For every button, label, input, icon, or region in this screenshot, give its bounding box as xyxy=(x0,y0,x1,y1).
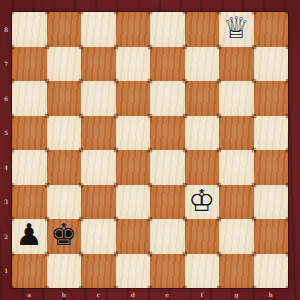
rank-label-5: 5 xyxy=(0,116,12,151)
square-h8[interactable] xyxy=(254,12,289,47)
square-d3[interactable] xyxy=(116,185,151,220)
square-h7[interactable] xyxy=(254,47,289,82)
square-a3[interactable] xyxy=(12,185,47,220)
square-f3[interactable]: ♔ xyxy=(185,185,220,220)
square-b7[interactable] xyxy=(47,47,82,82)
square-h5[interactable] xyxy=(254,116,289,151)
square-g6[interactable] xyxy=(219,81,254,116)
file-label-d: d xyxy=(116,288,151,300)
square-e5[interactable] xyxy=(150,116,185,151)
square-g8[interactable]: ♕ xyxy=(219,12,254,47)
square-b2[interactable]: ♚ xyxy=(47,219,82,254)
square-c3[interactable] xyxy=(81,185,116,220)
square-f8[interactable] xyxy=(185,12,220,47)
square-e6[interactable] xyxy=(150,81,185,116)
square-d8[interactable] xyxy=(116,12,151,47)
file-labels: abcdefgh xyxy=(12,288,288,300)
square-f1[interactable] xyxy=(185,254,220,289)
file-label-c: c xyxy=(81,288,116,300)
file-label-e: e xyxy=(150,288,185,300)
chess-board-frame: 87654321 abcdefgh ♕♔♟♚ xyxy=(0,0,300,300)
square-h6[interactable] xyxy=(254,81,289,116)
square-e8[interactable] xyxy=(150,12,185,47)
piece-black-pawn[interactable]: ♟ xyxy=(16,220,43,250)
square-h1[interactable] xyxy=(254,254,289,289)
square-h2[interactable] xyxy=(254,219,289,254)
square-h4[interactable] xyxy=(254,150,289,185)
rank-label-6: 6 xyxy=(0,81,12,116)
square-e2[interactable] xyxy=(150,219,185,254)
square-b1[interactable] xyxy=(47,254,82,289)
file-label-a: a xyxy=(12,288,47,300)
rank-label-1: 1 xyxy=(0,254,12,289)
square-b3[interactable] xyxy=(47,185,82,220)
file-label-b: b xyxy=(47,288,82,300)
square-e4[interactable] xyxy=(150,150,185,185)
square-a8[interactable] xyxy=(12,12,47,47)
square-b8[interactable] xyxy=(47,12,82,47)
piece-white-king[interactable]: ♔ xyxy=(188,186,215,216)
square-d6[interactable] xyxy=(116,81,151,116)
square-a1[interactable] xyxy=(12,254,47,289)
rank-label-4: 4 xyxy=(0,150,12,185)
rank-labels: 87654321 xyxy=(0,12,12,288)
square-c1[interactable] xyxy=(81,254,116,289)
square-g5[interactable] xyxy=(219,116,254,151)
square-d2[interactable] xyxy=(116,219,151,254)
square-d7[interactable] xyxy=(116,47,151,82)
square-f6[interactable] xyxy=(185,81,220,116)
square-d4[interactable] xyxy=(116,150,151,185)
square-c8[interactable] xyxy=(81,12,116,47)
square-c7[interactable] xyxy=(81,47,116,82)
square-e1[interactable] xyxy=(150,254,185,289)
square-g3[interactable] xyxy=(219,185,254,220)
file-label-g: g xyxy=(219,288,254,300)
square-e3[interactable] xyxy=(150,185,185,220)
square-f5[interactable] xyxy=(185,116,220,151)
square-a4[interactable] xyxy=(12,150,47,185)
square-g7[interactable] xyxy=(219,47,254,82)
square-b5[interactable] xyxy=(47,116,82,151)
piece-white-queen[interactable]: ♕ xyxy=(223,13,250,43)
rank-label-7: 7 xyxy=(0,47,12,82)
square-g1[interactable] xyxy=(219,254,254,289)
square-c2[interactable] xyxy=(81,219,116,254)
square-f7[interactable] xyxy=(185,47,220,82)
square-c6[interactable] xyxy=(81,81,116,116)
square-a5[interactable] xyxy=(12,116,47,151)
file-label-f: f xyxy=(185,288,220,300)
square-f2[interactable] xyxy=(185,219,220,254)
square-a2[interactable]: ♟ xyxy=(12,219,47,254)
square-c4[interactable] xyxy=(81,150,116,185)
rank-label-2: 2 xyxy=(0,219,12,254)
square-b4[interactable] xyxy=(47,150,82,185)
square-g4[interactable] xyxy=(219,150,254,185)
square-a6[interactable] xyxy=(12,81,47,116)
square-b6[interactable] xyxy=(47,81,82,116)
square-h3[interactable] xyxy=(254,185,289,220)
square-d1[interactable] xyxy=(116,254,151,289)
piece-black-king[interactable]: ♚ xyxy=(50,220,77,250)
square-g2[interactable] xyxy=(219,219,254,254)
square-f4[interactable] xyxy=(185,150,220,185)
square-c5[interactable] xyxy=(81,116,116,151)
square-d5[interactable] xyxy=(116,116,151,151)
rank-label-8: 8 xyxy=(0,12,12,47)
chess-board: ♕♔♟♚ xyxy=(12,12,288,288)
square-e7[interactable] xyxy=(150,47,185,82)
file-label-h: h xyxy=(254,288,289,300)
square-a7[interactable] xyxy=(12,47,47,82)
rank-label-3: 3 xyxy=(0,185,12,220)
